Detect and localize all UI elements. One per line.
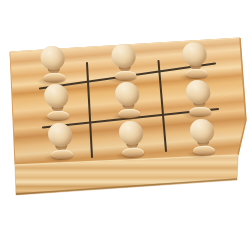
peg-head: ●: [185, 80, 211, 105]
wooden-peg-r1c3[interactable]: ●: [181, 42, 211, 80]
wooden-peg-r3c2[interactable]: ●: [117, 121, 147, 159]
wooden-peg-r1c2[interactable]: ●: [109, 44, 139, 82]
peg-head: ●: [110, 44, 136, 69]
board-cell-r3c3[interactable]: ●: [188, 119, 218, 157]
wooden-peg-r3c1[interactable]: ●: [46, 123, 76, 161]
peg-head: ●: [39, 46, 65, 71]
peg-head: ●: [114, 82, 140, 107]
wooden-peg-r2c3[interactable]: ●: [184, 80, 214, 118]
product-photo-scene: ●●●●●●●●●: [0, 0, 250, 250]
peg-head: ●: [43, 84, 69, 109]
board-cell-r1c3[interactable]: ●: [181, 42, 211, 80]
wooden-peg-r2c1[interactable]: ●: [42, 84, 72, 122]
board-cell-r2c2[interactable]: ●: [113, 82, 143, 120]
peg-head: ●: [182, 42, 208, 67]
board-cell-r2c3[interactable]: ●: [184, 80, 214, 118]
peg-base: [114, 71, 137, 81]
peg-head: ●: [47, 123, 73, 148]
peg-grid: ●●●●●●●●●: [15, 40, 240, 162]
peg-base: [185, 69, 208, 79]
peg-base: [43, 73, 66, 83]
board-cell-r1c2[interactable]: ●: [109, 44, 139, 82]
peg-head: ●: [118, 121, 144, 146]
board-cell-r3c2[interactable]: ●: [117, 121, 147, 159]
wooden-peg-r2c2[interactable]: ●: [113, 82, 143, 120]
board-cell-r2c1[interactable]: ●: [42, 84, 72, 122]
board-cell-r1c1[interactable]: ●: [38, 46, 68, 84]
board-cell-r3c1[interactable]: ●: [46, 123, 76, 161]
wooden-peg-r3c3[interactable]: ●: [188, 119, 218, 157]
wooden-peg-r1c1[interactable]: ●: [38, 46, 68, 84]
peg-head: ●: [189, 119, 215, 144]
